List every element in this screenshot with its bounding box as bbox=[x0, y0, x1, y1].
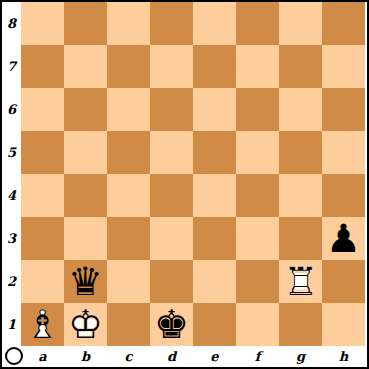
square-g1[interactable] bbox=[279, 303, 322, 346]
square-c6[interactable] bbox=[107, 88, 150, 131]
square-h4[interactable] bbox=[322, 174, 365, 217]
white-bishop[interactable]: ♝♗ bbox=[21, 303, 64, 346]
square-b7[interactable] bbox=[64, 45, 107, 88]
square-c3[interactable] bbox=[107, 217, 150, 260]
file-label-d: d bbox=[150, 346, 193, 366]
square-d8[interactable] bbox=[150, 2, 193, 45]
square-g3[interactable] bbox=[279, 217, 322, 260]
black-queen[interactable]: ♛ bbox=[64, 260, 107, 303]
file-labels: abcdefgh bbox=[21, 346, 365, 366]
square-g7[interactable] bbox=[279, 45, 322, 88]
white-bishop-glyph: ♗ bbox=[25, 303, 60, 346]
rank-label-1: 1 bbox=[2, 303, 21, 346]
file-label-e: e bbox=[193, 346, 236, 366]
file-label-a: a bbox=[21, 346, 64, 366]
square-e1[interactable] bbox=[193, 303, 236, 346]
square-h3[interactable]: ♟ bbox=[322, 217, 365, 260]
square-a1[interactable]: ♝♗ bbox=[21, 303, 64, 346]
chess-diagram: 87654321 ♟♛♜♖♝♗♚♔♚ abcdefgh bbox=[0, 0, 369, 369]
square-c2[interactable] bbox=[107, 260, 150, 303]
square-c7[interactable] bbox=[107, 45, 150, 88]
square-g6[interactable] bbox=[279, 88, 322, 131]
square-e4[interactable] bbox=[193, 174, 236, 217]
square-e8[interactable] bbox=[193, 2, 236, 45]
square-h7[interactable] bbox=[322, 45, 365, 88]
square-e3[interactable] bbox=[193, 217, 236, 260]
square-g5[interactable] bbox=[279, 131, 322, 174]
square-a8[interactable] bbox=[21, 2, 64, 45]
square-d7[interactable] bbox=[150, 45, 193, 88]
square-g4[interactable] bbox=[279, 174, 322, 217]
square-c5[interactable] bbox=[107, 131, 150, 174]
black-queen-glyph: ♛ bbox=[68, 260, 103, 303]
square-h1[interactable] bbox=[322, 303, 365, 346]
chess-board: ♟♛♜♖♝♗♚♔♚ bbox=[21, 2, 365, 346]
white-rook[interactable]: ♜♖ bbox=[279, 260, 322, 303]
rank-label-3: 3 bbox=[2, 217, 21, 260]
square-f2[interactable] bbox=[236, 260, 279, 303]
square-g2[interactable]: ♜♖ bbox=[279, 260, 322, 303]
rank-label-4: 4 bbox=[2, 174, 21, 217]
rank-label-5: 5 bbox=[2, 131, 21, 174]
white-king-glyph: ♔ bbox=[68, 303, 103, 346]
square-d3[interactable] bbox=[150, 217, 193, 260]
square-b3[interactable] bbox=[64, 217, 107, 260]
file-label-h: h bbox=[322, 346, 365, 366]
black-king[interactable]: ♚ bbox=[150, 303, 193, 346]
file-label-b: b bbox=[64, 346, 107, 366]
square-b4[interactable] bbox=[64, 174, 107, 217]
white-king[interactable]: ♚♔ bbox=[64, 303, 107, 346]
square-b2[interactable]: ♛ bbox=[64, 260, 107, 303]
white-rook-glyph: ♖ bbox=[283, 260, 318, 303]
rank-label-8: 8 bbox=[2, 2, 21, 45]
square-e7[interactable] bbox=[193, 45, 236, 88]
square-e6[interactable] bbox=[193, 88, 236, 131]
rank-label-2: 2 bbox=[2, 260, 21, 303]
square-f1[interactable] bbox=[236, 303, 279, 346]
square-b6[interactable] bbox=[64, 88, 107, 131]
square-c8[interactable] bbox=[107, 2, 150, 45]
square-c1[interactable] bbox=[107, 303, 150, 346]
square-f7[interactable] bbox=[236, 45, 279, 88]
square-f3[interactable] bbox=[236, 217, 279, 260]
square-a4[interactable] bbox=[21, 174, 64, 217]
square-g8[interactable] bbox=[279, 2, 322, 45]
rank-label-6: 6 bbox=[2, 88, 21, 131]
square-h5[interactable] bbox=[322, 131, 365, 174]
square-e5[interactable] bbox=[193, 131, 236, 174]
square-e2[interactable] bbox=[193, 260, 236, 303]
square-d6[interactable] bbox=[150, 88, 193, 131]
square-h6[interactable] bbox=[322, 88, 365, 131]
square-a6[interactable] bbox=[21, 88, 64, 131]
square-f6[interactable] bbox=[236, 88, 279, 131]
square-b1[interactable]: ♚♔ bbox=[64, 303, 107, 346]
rank-labels: 87654321 bbox=[2, 2, 21, 346]
black-pawn[interactable]: ♟ bbox=[322, 217, 365, 260]
square-c4[interactable] bbox=[107, 174, 150, 217]
square-b5[interactable] bbox=[64, 131, 107, 174]
file-label-c: c bbox=[107, 346, 150, 366]
square-a2[interactable] bbox=[21, 260, 64, 303]
square-d4[interactable] bbox=[150, 174, 193, 217]
square-a5[interactable] bbox=[21, 131, 64, 174]
square-d1[interactable]: ♚ bbox=[150, 303, 193, 346]
square-d2[interactable] bbox=[150, 260, 193, 303]
black-king-glyph: ♚ bbox=[154, 303, 189, 346]
square-h2[interactable] bbox=[322, 260, 365, 303]
square-f5[interactable] bbox=[236, 131, 279, 174]
file-label-f: f bbox=[236, 346, 279, 366]
square-a3[interactable] bbox=[21, 217, 64, 260]
black-pawn-glyph: ♟ bbox=[326, 217, 361, 260]
square-d5[interactable] bbox=[150, 131, 193, 174]
white-to-move-indicator bbox=[5, 347, 23, 365]
square-h8[interactable] bbox=[322, 2, 365, 45]
rank-label-7: 7 bbox=[2, 45, 21, 88]
square-b8[interactable] bbox=[64, 2, 107, 45]
square-f8[interactable] bbox=[236, 2, 279, 45]
square-f4[interactable] bbox=[236, 174, 279, 217]
square-a7[interactable] bbox=[21, 45, 64, 88]
file-label-g: g bbox=[279, 346, 322, 366]
